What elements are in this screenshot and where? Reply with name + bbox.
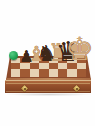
board-square — [20, 69, 29, 77]
board-square — [49, 69, 58, 77]
board-square — [11, 69, 20, 77]
chess-box-front-face — [5, 80, 91, 93]
inlay-line — [6, 83, 90, 84]
board-square — [30, 69, 39, 77]
green-felt-pad — [9, 51, 18, 60]
board-square — [39, 69, 48, 77]
brass-clasp-icon — [73, 85, 80, 92]
board-square — [77, 69, 86, 77]
chess-board-grid — [11, 58, 86, 77]
clasp-pin — [76, 88, 78, 90]
box-shadow — [7, 93, 91, 96]
brass-clasp-icon — [21, 85, 28, 92]
chess-set-product-photo: ♟ ♝ ♞ ♜ ♛ ♚ — [0, 0, 95, 126]
chess-box-top-surface — [6, 56, 91, 80]
clasp-pin — [24, 88, 26, 90]
board-square — [58, 69, 67, 77]
board-square — [67, 69, 76, 77]
